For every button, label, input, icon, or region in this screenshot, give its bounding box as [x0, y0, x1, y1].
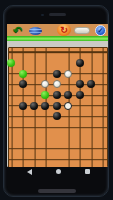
go-board[interactable]: [8, 47, 108, 167]
black-stone: [30, 102, 38, 110]
black-stone: [53, 70, 61, 78]
app-screen: ↶ ↻ ✓: [7, 24, 108, 167]
black-stone: [53, 91, 61, 99]
android-home-icon[interactable]: [56, 169, 61, 174]
green-stone: [19, 70, 27, 78]
confirm-button[interactable]: ✓: [95, 25, 106, 36]
globe-menu-button[interactable]: [29, 27, 42, 35]
black-stone: [87, 80, 95, 88]
black-stone: [19, 80, 27, 88]
green-stone: [41, 91, 49, 99]
black-stone: [53, 112, 61, 120]
undo-button[interactable]: ↶: [11, 24, 24, 36]
speaker-slot: [49, 13, 66, 16]
black-stone: [76, 80, 84, 88]
android-recents-icon[interactable]: [85, 169, 90, 174]
android-back-icon[interactable]: [27, 169, 32, 175]
toolbar: ↶ ↻ ✓: [7, 24, 108, 36]
black-stone: [64, 91, 72, 99]
camera-icon: [41, 14, 44, 17]
black-stone: [19, 102, 27, 110]
pass-button[interactable]: [74, 27, 90, 35]
white-ring-stone: [64, 102, 72, 110]
white-stone: [53, 80, 61, 88]
black-stone: [76, 59, 84, 67]
white-stone: [41, 80, 49, 88]
reset-button[interactable]: ↻: [57, 24, 71, 36]
black-stone: [76, 91, 84, 99]
green-stone: [7, 59, 15, 67]
status-strip: [7, 36, 108, 41]
bottom-speaker-bar: [38, 189, 76, 193]
phone-frame: ↶ ↻ ✓: [3, 5, 109, 197]
white-stone: [64, 70, 72, 78]
black-stone: [53, 102, 61, 110]
black-stone: [41, 102, 49, 110]
